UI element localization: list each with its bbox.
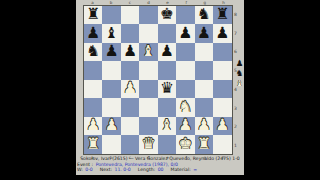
square-d4 [139,80,157,98]
pillarbox-left [0,0,76,180]
square-f4 [176,80,194,98]
stat-label: Length: [138,167,157,172]
stat-label: Material: [171,167,193,172]
black-queen: ♛ [160,81,174,97]
rank-label-1: 1 [233,136,239,155]
square-h4 [213,80,231,98]
white-pawn: ♟ [105,118,119,134]
square-b2: ♟ [102,117,120,135]
square-f3: ♞ [176,98,194,116]
stat-value: 11. 0-0 [115,167,131,172]
rank-label-3: 3 [233,99,239,118]
square-a5 [84,61,102,79]
black-pawn: ♟ [160,44,174,60]
white-bishop: ♝ [160,118,174,134]
black-knight-icon: ♞ [236,69,244,78]
stat-w: W: 0-0 [77,167,93,173]
square-h5 [213,61,231,79]
square-g4 [195,80,213,98]
white-queen: ♛ [142,136,156,152]
square-f2: ♟ [176,117,194,135]
square-e4: ♛ [158,80,176,98]
square-g2: ♟ [195,117,213,135]
event-value: Pontevedra, Pontevedra (1987), 0/0 [96,162,178,167]
square-a7: ♟ [84,24,102,42]
black-pawn: ♟ [86,25,100,41]
white-rook: ♜ [86,136,100,152]
square-b3 [102,98,120,116]
square-b6: ♟ [102,43,120,61]
white-knight: ♞ [179,99,193,115]
square-c1 [121,135,139,153]
black-pawn: ♟ [215,25,229,41]
stat-length: Length: 00 [138,167,164,173]
square-a1: ♜ [84,135,102,153]
square-c8 [121,6,139,24]
stat-value: = [193,167,197,172]
white-pawn: ♟ [197,118,211,134]
square-a6: ♞ [84,43,102,61]
event-label: Event : [77,162,93,167]
stat-value: 0-0 [85,167,93,172]
square-e7 [158,24,176,42]
square-f6 [176,43,194,61]
square-g5 [195,61,213,79]
square-b8 [102,6,120,24]
rank-label-7: 7 [233,24,239,43]
square-b1 [102,135,120,153]
square-a3 [84,98,102,116]
black-rook: ♜ [215,7,229,23]
square-c5 [121,61,139,79]
game-caption: Sokolov, Ivan (2615) — Vera Gonzalez Que… [77,156,243,173]
square-e5 [158,61,176,79]
black-pawn: ♟ [197,25,211,41]
square-a8: ♜ [84,6,102,24]
square-d8 [139,6,157,24]
square-h6 [213,43,231,61]
square-d5 [139,61,157,79]
chess-board: ♜♚♞♜♟♝♟♟♟♞♟♟♝♟♟♛♞♟♟♝♟♟♟♜♛♚♜ [83,5,233,155]
square-g3 [195,98,213,116]
rank-label-2: 2 [233,118,239,137]
square-e2: ♝ [158,117,176,135]
square-h2: ♟ [213,117,231,135]
square-a2: ♟ [84,117,102,135]
black-king: ♚ [160,7,174,23]
square-h1 [213,135,231,153]
square-e1 [158,135,176,153]
white-pawn: ♟ [215,118,229,134]
square-c3 [121,98,139,116]
white-pawn: ♟ [86,118,100,134]
stat-material: Material: = [171,167,198,173]
square-h7: ♟ [213,24,231,42]
square-f8 [176,6,194,24]
black-knight: ♞ [86,44,100,60]
stat-label: W: [77,167,84,172]
white-pawn: ♟ [123,81,137,97]
square-e3 [158,98,176,116]
square-h3 [213,98,231,116]
square-d1: ♛ [139,135,157,153]
white-pawn: ♟ [179,118,193,134]
square-b4 [102,80,120,98]
stat-next: Next: 11. 0-0 [100,167,131,173]
square-b7: ♝ [102,24,120,42]
square-d3 [139,98,157,116]
square-g1: ♜ [195,135,213,153]
square-b5 [102,61,120,79]
square-c7 [121,24,139,42]
square-e6: ♟ [158,43,176,61]
black-pawn-icon: ♟ [236,59,244,68]
stat-label: Next: [100,167,114,172]
black-pawn: ♟ [105,44,119,60]
white-bishop-icon: ♝ [236,79,244,88]
square-d6: ♝ [139,43,157,61]
square-f5 [176,61,194,79]
white-rook: ♜ [197,136,211,152]
black-bishop: ♝ [105,25,119,41]
square-g7: ♟ [195,24,213,42]
stats-line: W: 0-0Next: 11. 0-0Length: 00Material: = [77,167,243,173]
black-rook: ♜ [86,7,100,23]
black-pawn: ♟ [179,25,193,41]
square-f1: ♚ [176,135,194,153]
stat-value: 00 [158,167,164,172]
square-c4: ♟ [121,80,139,98]
square-g8: ♞ [195,6,213,24]
captured-material-tray: ♟♞♝ [235,59,244,89]
white-bishop: ♝ [142,44,156,60]
white-king: ♚ [179,136,193,152]
square-f7: ♟ [176,24,194,42]
black-knight: ♞ [197,7,211,23]
square-g6 [195,43,213,61]
square-d2 [139,117,157,135]
square-c2 [121,117,139,135]
square-d7 [139,24,157,42]
square-a4 [84,80,102,98]
square-c6: ♟ [121,43,139,61]
pillarbox-right [244,0,320,180]
rank-label-8: 8 [233,5,239,24]
square-e8: ♚ [158,6,176,24]
black-pawn: ♟ [123,44,137,60]
square-h8: ♜ [213,6,231,24]
